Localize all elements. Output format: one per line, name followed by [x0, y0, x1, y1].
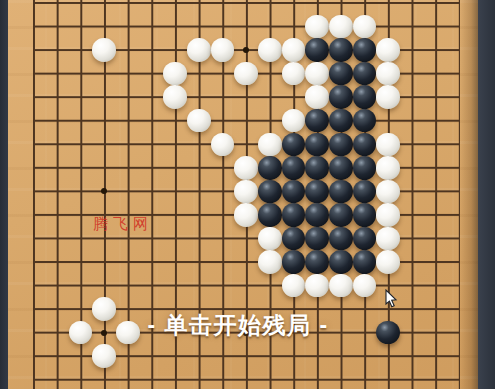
white-stone: [258, 250, 282, 274]
black-stone: [305, 250, 329, 274]
white-stone: [353, 15, 377, 39]
white-stone: [187, 38, 211, 62]
white-stone: [376, 133, 400, 157]
watermark-text: 腾飞网: [93, 215, 153, 234]
black-stone: [329, 38, 353, 62]
white-stone: [92, 38, 116, 62]
white-stone: [234, 62, 258, 86]
white-stone: [376, 250, 400, 274]
black-stone: [353, 133, 377, 157]
black-stone: [282, 227, 306, 251]
white-stone: [92, 297, 116, 321]
white-stone: [187, 109, 211, 133]
white-stone: [305, 62, 329, 86]
app-screen: 腾飞网 - 单击开始残局 -: [0, 0, 495, 389]
start-endgame-banner[interactable]: - 单击开始残局 -: [147, 310, 328, 341]
black-stone: [282, 180, 306, 204]
black-stone: [353, 180, 377, 204]
white-stone: [234, 180, 258, 204]
black-stone: [329, 156, 353, 180]
mouse-cursor-icon: [385, 289, 399, 309]
white-stone: [234, 203, 258, 227]
white-stone: [258, 133, 282, 157]
black-stone: [258, 203, 282, 227]
white-stone: [376, 180, 400, 204]
white-stone: [282, 274, 306, 298]
black-stone: [329, 62, 353, 86]
white-stone: [69, 321, 93, 345]
white-stone: [305, 85, 329, 109]
black-stone: [353, 85, 377, 109]
black-stone: [305, 203, 329, 227]
black-stone: [305, 227, 329, 251]
black-stone: [282, 133, 306, 157]
white-stone: [329, 15, 353, 39]
white-stone: [376, 203, 400, 227]
white-stone: [258, 38, 282, 62]
white-stone: [305, 274, 329, 298]
white-stone: [282, 62, 306, 86]
star-point: [101, 188, 107, 194]
white-stone: [305, 15, 329, 39]
white-stone: [163, 85, 187, 109]
black-stone: [353, 250, 377, 274]
background-left-edge: [0, 0, 8, 389]
black-stone: [329, 203, 353, 227]
black-stone: [329, 250, 353, 274]
white-stone: [329, 274, 353, 298]
white-stone: [376, 85, 400, 109]
black-stone: [258, 180, 282, 204]
black-stone: [305, 109, 329, 133]
black-stone: [353, 62, 377, 86]
white-stone: [116, 321, 140, 345]
black-stone: [282, 203, 306, 227]
black-stone: [329, 109, 353, 133]
black-stone: [258, 156, 282, 180]
white-stone: [376, 227, 400, 251]
white-stone: [376, 156, 400, 180]
white-stone: [282, 38, 306, 62]
white-stone: [92, 344, 116, 368]
white-stone: [376, 38, 400, 62]
black-stone: [353, 38, 377, 62]
white-stone: [258, 227, 282, 251]
black-stone: [329, 133, 353, 157]
black-stone: [329, 180, 353, 204]
white-stone: [211, 133, 235, 157]
background-right-edge: [478, 0, 495, 389]
white-stone: [282, 109, 306, 133]
star-point: [101, 330, 107, 336]
black-stone: [353, 156, 377, 180]
black-stone: [305, 180, 329, 204]
black-stone: [305, 156, 329, 180]
white-stone: [353, 274, 377, 298]
black-stone: [353, 203, 377, 227]
black-stone: [329, 227, 353, 251]
white-stone: [163, 62, 187, 86]
black-stone: [353, 109, 377, 133]
black-stone: [376, 321, 400, 345]
white-stone: [376, 62, 400, 86]
black-stone: [353, 227, 377, 251]
white-stone: [211, 38, 235, 62]
black-stone: [305, 133, 329, 157]
black-stone: [282, 156, 306, 180]
white-stone: [234, 156, 258, 180]
black-stone: [305, 38, 329, 62]
black-stone: [329, 85, 353, 109]
black-stone: [282, 250, 306, 274]
star-point: [243, 47, 249, 53]
